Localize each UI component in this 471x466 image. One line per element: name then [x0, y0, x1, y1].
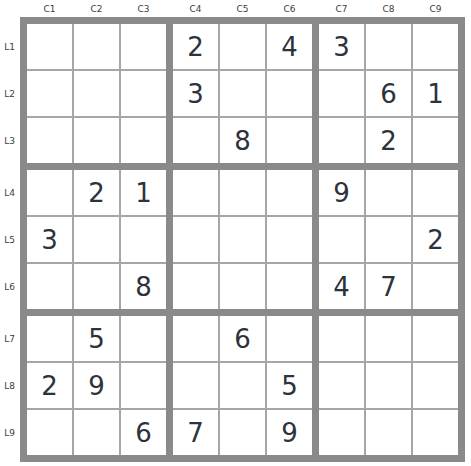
cell-l3c1[interactable] [27, 118, 72, 163]
cell-l9c2[interactable] [74, 410, 119, 455]
cell-l7c5[interactable]: 6 [220, 316, 265, 361]
cell-l5c7[interactable] [319, 217, 364, 262]
cell-l9c8[interactable] [366, 410, 411, 455]
cell-l5c4[interactable] [173, 217, 218, 262]
cell-l7c6[interactable] [267, 316, 312, 361]
cell-l2c6[interactable] [267, 71, 312, 116]
row-label-l4: L4 [0, 170, 20, 215]
cell-l9c4[interactable]: 7 [173, 410, 218, 455]
cell-l5c1[interactable]: 3 [27, 217, 72, 262]
cell-l1c9[interactable] [413, 24, 458, 69]
cell-l6c9[interactable] [413, 264, 458, 309]
column-label-group: C4C5C6 [173, 4, 312, 17]
cell-l5c9[interactable]: 2 [413, 217, 458, 262]
cell-l5c8[interactable] [366, 217, 411, 262]
row-label-group: L4L5L6 [0, 170, 20, 309]
cell-l2c1[interactable] [27, 71, 72, 116]
cell-l6c2[interactable] [74, 264, 119, 309]
cell-l2c5[interactable] [220, 71, 265, 116]
cell-l8c1[interactable]: 2 [27, 363, 72, 408]
sudoku-box-5 [173, 170, 312, 309]
cell-l4c8[interactable] [366, 170, 411, 215]
cell-l8c9[interactable] [413, 363, 458, 408]
cell-l8c5[interactable] [220, 363, 265, 408]
cell-l9c3[interactable]: 6 [121, 410, 166, 455]
cell-l1c5[interactable] [220, 24, 265, 69]
cell-l5c5[interactable] [220, 217, 265, 262]
sudoku-box-4: 2138 [27, 170, 166, 309]
column-label-c1: C1 [27, 4, 72, 17]
cell-l5c3[interactable] [121, 217, 166, 262]
row-label-group: L1L2L3 [0, 24, 20, 163]
sudoku-box-3: 3612 [319, 24, 458, 163]
column-label-c3: C3 [121, 4, 166, 17]
cell-l1c4[interactable]: 2 [173, 24, 218, 69]
cell-l2c7[interactable] [319, 71, 364, 116]
cell-l1c3[interactable] [121, 24, 166, 69]
cell-l6c1[interactable] [27, 264, 72, 309]
cell-l1c1[interactable] [27, 24, 72, 69]
sudoku-box-8: 6579 [173, 316, 312, 455]
sudoku-board: 243836122138924752966579 [20, 17, 465, 462]
row-label-l5: L5 [0, 217, 20, 262]
column-label-c9: C9 [413, 4, 458, 17]
cell-l4c6[interactable] [267, 170, 312, 215]
column-label-group: C7C8C9 [319, 4, 458, 17]
sudoku-app: C1C2C3C4C5C6C7C8C9 L1L2L3L4L5L6L7L8L9 24… [0, 0, 471, 466]
cell-l1c8[interactable] [366, 24, 411, 69]
cell-l1c7[interactable]: 3 [319, 24, 364, 69]
cell-l4c9[interactable] [413, 170, 458, 215]
cell-l7c9[interactable] [413, 316, 458, 361]
column-label-c4: C4 [173, 4, 218, 17]
cell-l1c2[interactable] [74, 24, 119, 69]
row-label-l3: L3 [0, 118, 20, 163]
row-label-l6: L6 [0, 264, 20, 309]
cell-l2c9[interactable]: 1 [413, 71, 458, 116]
cell-l3c8[interactable]: 2 [366, 118, 411, 163]
cell-l2c3[interactable] [121, 71, 166, 116]
row-label-group: L7L8L9 [0, 316, 20, 455]
column-labels: C1C2C3C4C5C6C7C8C9 [20, 0, 471, 17]
cell-l8c6[interactable]: 5 [267, 363, 312, 408]
cell-l2c8[interactable]: 6 [366, 71, 411, 116]
cell-l9c9[interactable] [413, 410, 458, 455]
sudoku-box-6: 9247 [319, 170, 458, 309]
cell-l3c2[interactable] [74, 118, 119, 163]
cell-l7c4[interactable] [173, 316, 218, 361]
cell-l6c3[interactable]: 8 [121, 264, 166, 309]
cell-l6c4[interactable] [173, 264, 218, 309]
cell-l9c1[interactable] [27, 410, 72, 455]
cell-l5c6[interactable] [267, 217, 312, 262]
cell-l5c2[interactable] [74, 217, 119, 262]
cell-l7c3[interactable] [121, 316, 166, 361]
cell-l9c6[interactable]: 9 [267, 410, 312, 455]
cell-l4c3[interactable]: 1 [121, 170, 166, 215]
corner-spacer [0, 0, 20, 17]
cell-l9c5[interactable] [220, 410, 265, 455]
cell-l7c1[interactable] [27, 316, 72, 361]
column-label-group: C1C2C3 [27, 4, 166, 17]
row-label-l7: L7 [0, 316, 20, 361]
sudoku-box-9 [319, 316, 458, 455]
cell-l6c7[interactable]: 4 [319, 264, 364, 309]
sudoku-box-7: 5296 [27, 316, 166, 455]
row-label-l1: L1 [0, 24, 20, 69]
column-label-c7: C7 [319, 4, 364, 17]
row-label-l2: L2 [0, 71, 20, 116]
cell-l6c6[interactable] [267, 264, 312, 309]
cell-l4c5[interactable] [220, 170, 265, 215]
cell-l7c7[interactable] [319, 316, 364, 361]
cell-l1c6[interactable]: 4 [267, 24, 312, 69]
cell-l4c2[interactable]: 2 [74, 170, 119, 215]
cell-l8c4[interactable] [173, 363, 218, 408]
cell-l4c4[interactable] [173, 170, 218, 215]
cell-l3c6[interactable] [267, 118, 312, 163]
cell-l8c7[interactable] [319, 363, 364, 408]
cell-l4c1[interactable] [27, 170, 72, 215]
cell-l4c7[interactable]: 9 [319, 170, 364, 215]
cell-l3c5[interactable]: 8 [220, 118, 265, 163]
row-label-l9: L9 [0, 410, 20, 455]
sudoku-box-2: 2438 [173, 24, 312, 163]
column-label-c5: C5 [220, 4, 265, 17]
cell-l3c7[interactable] [319, 118, 364, 163]
cell-l2c4[interactable]: 3 [173, 71, 218, 116]
row-label-l8: L8 [0, 363, 20, 408]
column-label-c8: C8 [366, 4, 411, 17]
cell-l8c8[interactable] [366, 363, 411, 408]
cell-l8c3[interactable] [121, 363, 166, 408]
cell-l3c3[interactable] [121, 118, 166, 163]
cell-l3c4[interactable] [173, 118, 218, 163]
cell-l6c8[interactable]: 7 [366, 264, 411, 309]
cell-l8c2[interactable]: 9 [74, 363, 119, 408]
cell-l6c5[interactable] [220, 264, 265, 309]
sudoku-layout: C1C2C3C4C5C6C7C8C9 L1L2L3L4L5L6L7L8L9 24… [0, 0, 471, 462]
sudoku-box-1 [27, 24, 166, 163]
column-label-c2: C2 [74, 4, 119, 17]
cell-l2c2[interactable] [74, 71, 119, 116]
row-labels: L1L2L3L4L5L6L7L8L9 [0, 17, 20, 462]
column-label-c6: C6 [267, 4, 312, 17]
cell-l3c9[interactable] [413, 118, 458, 163]
cell-l9c7[interactable] [319, 410, 364, 455]
cell-l7c8[interactable] [366, 316, 411, 361]
cell-l7c2[interactable]: 5 [74, 316, 119, 361]
